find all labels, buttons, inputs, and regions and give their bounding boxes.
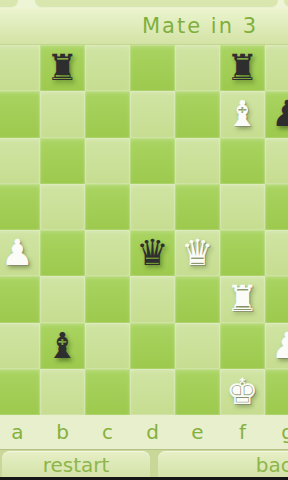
black-bishop-b2: ♝ bbox=[46, 328, 78, 364]
square-d2[interactable] bbox=[130, 323, 175, 369]
square-g4[interactable] bbox=[265, 230, 288, 276]
square-e6[interactable] bbox=[175, 138, 220, 184]
square-c8[interactable] bbox=[85, 45, 130, 91]
black-queen-d4: ♛ bbox=[136, 235, 168, 271]
file-label-a: a bbox=[0, 415, 40, 449]
white-bishop-f7: ♝ bbox=[226, 96, 258, 132]
square-a6[interactable] bbox=[0, 138, 40, 184]
square-a5[interactable] bbox=[0, 184, 40, 230]
square-d8[interactable] bbox=[130, 45, 175, 91]
top-tab-right bbox=[284, 0, 288, 8]
square-d1[interactable] bbox=[130, 369, 175, 415]
square-g6[interactable] bbox=[265, 138, 288, 184]
black-rook-b8: ♜ bbox=[46, 50, 78, 86]
top-tab-center bbox=[35, 0, 278, 8]
square-d3[interactable] bbox=[130, 276, 175, 322]
top-tab-left bbox=[0, 0, 18, 8]
square-b7[interactable] bbox=[40, 91, 85, 137]
square-c3[interactable] bbox=[85, 276, 130, 322]
square-e7[interactable] bbox=[175, 91, 220, 137]
square-b1[interactable] bbox=[40, 369, 85, 415]
square-d6[interactable] bbox=[130, 138, 175, 184]
white-rook-f3: ♜ bbox=[226, 281, 258, 317]
square-b6[interactable] bbox=[40, 138, 85, 184]
square-b4[interactable] bbox=[40, 230, 85, 276]
square-c2[interactable] bbox=[85, 323, 130, 369]
square-a8[interactable] bbox=[0, 45, 40, 91]
square-b8[interactable]: ♜ bbox=[40, 45, 85, 91]
square-d4[interactable]: ♛ bbox=[130, 230, 175, 276]
square-b3[interactable] bbox=[40, 276, 85, 322]
square-b5[interactable] bbox=[40, 184, 85, 230]
chess-board: ♜♜♝♟♟♛♛♜♝♟♚ bbox=[0, 45, 288, 415]
square-a2[interactable] bbox=[0, 323, 40, 369]
square-b2[interactable]: ♝ bbox=[40, 323, 85, 369]
square-g8[interactable] bbox=[265, 45, 288, 91]
black-pawn-g7: ♟ bbox=[271, 96, 288, 132]
square-a4[interactable]: ♟ bbox=[0, 230, 40, 276]
square-a7[interactable] bbox=[0, 91, 40, 137]
back-button[interactable]: back bbox=[158, 451, 288, 478]
footer-button-bar: restart back bbox=[0, 449, 288, 477]
file-label-c: c bbox=[85, 415, 130, 449]
restart-button[interactable]: restart bbox=[2, 451, 150, 478]
square-c6[interactable] bbox=[85, 138, 130, 184]
square-c5[interactable] bbox=[85, 184, 130, 230]
square-f3[interactable]: ♜ bbox=[220, 276, 265, 322]
white-king-f1: ♚ bbox=[226, 374, 258, 410]
square-d7[interactable] bbox=[130, 91, 175, 137]
square-f2[interactable] bbox=[220, 323, 265, 369]
file-coordinates-row: abcdefg bbox=[0, 415, 288, 449]
square-d5[interactable] bbox=[130, 184, 175, 230]
file-coordinates-strip: abcdefg bbox=[0, 415, 288, 449]
square-c4[interactable] bbox=[85, 230, 130, 276]
square-f4[interactable] bbox=[220, 230, 265, 276]
file-label-f: f bbox=[220, 415, 265, 449]
black-rook-f8: ♜ bbox=[226, 50, 258, 86]
white-queen-e4: ♛ bbox=[181, 235, 213, 271]
file-label-d: d bbox=[130, 415, 175, 449]
square-g5[interactable] bbox=[265, 184, 288, 230]
square-e1[interactable] bbox=[175, 369, 220, 415]
square-c7[interactable] bbox=[85, 91, 130, 137]
square-f5[interactable] bbox=[220, 184, 265, 230]
board-viewport: ♜♜♝♟♟♛♛♜♝♟♚ bbox=[0, 45, 288, 415]
file-label-g: g bbox=[265, 415, 288, 449]
puzzle-title: Mate in 3 bbox=[142, 14, 258, 38]
file-label-e: e bbox=[175, 415, 220, 449]
square-g2[interactable]: ♟ bbox=[265, 323, 288, 369]
square-g7[interactable]: ♟ bbox=[265, 91, 288, 137]
square-e3[interactable] bbox=[175, 276, 220, 322]
square-e5[interactable] bbox=[175, 184, 220, 230]
square-g3[interactable] bbox=[265, 276, 288, 322]
square-f8[interactable]: ♜ bbox=[220, 45, 265, 91]
file-label-b: b bbox=[40, 415, 85, 449]
white-pawn-g2: ♟ bbox=[271, 328, 288, 364]
top-chrome-strip bbox=[0, 0, 288, 8]
square-g1[interactable] bbox=[265, 369, 288, 415]
square-e8[interactable] bbox=[175, 45, 220, 91]
square-e4[interactable]: ♛ bbox=[175, 230, 220, 276]
square-c1[interactable] bbox=[85, 369, 130, 415]
square-f7[interactable]: ♝ bbox=[220, 91, 265, 137]
square-a1[interactable] bbox=[0, 369, 40, 415]
header-bar: Mate in 3 bbox=[0, 8, 288, 45]
chess-app-screen: Mate in 3 ♜♜♝♟♟♛♛♜♝♟♚ abcdefg restart ba… bbox=[0, 0, 288, 480]
square-f6[interactable] bbox=[220, 138, 265, 184]
square-a3[interactable] bbox=[0, 276, 40, 322]
square-e2[interactable] bbox=[175, 323, 220, 369]
square-f1[interactable]: ♚ bbox=[220, 369, 265, 415]
white-pawn-a4: ♟ bbox=[1, 235, 33, 271]
